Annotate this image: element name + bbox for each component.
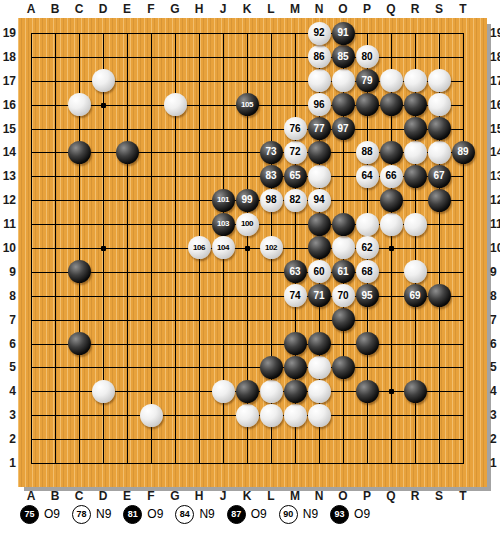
stone-R16 xyxy=(404,93,427,116)
stone-M8: 74 xyxy=(284,284,307,307)
stone-R9 xyxy=(404,260,427,283)
stone-M15: 76 xyxy=(284,117,307,140)
stone-N17 xyxy=(308,69,331,92)
coord-label-bottom-P: P xyxy=(355,489,379,503)
coord-label-top-J: J xyxy=(211,2,235,16)
coord-label-left-18: 18 xyxy=(0,50,16,64)
stone-L4 xyxy=(260,380,283,403)
stone-R4 xyxy=(404,380,427,403)
stone-O5 xyxy=(332,356,355,379)
grid-line-h xyxy=(31,296,464,297)
coord-label-bottom-H: H xyxy=(187,489,211,503)
stone-S16 xyxy=(428,93,451,116)
stone-Q17 xyxy=(380,69,403,92)
grid-line-h xyxy=(31,344,464,345)
coord-label-bottom-K: K xyxy=(235,489,259,503)
stone-H10: 106 xyxy=(188,236,211,259)
stone-J11: 103 xyxy=(212,213,235,236)
coord-label-left-9: 9 xyxy=(0,265,16,279)
stone-N13 xyxy=(308,165,331,188)
stone-N18: 86 xyxy=(308,45,331,68)
coord-label-top-G: G xyxy=(163,2,187,16)
coord-label-bottom-E: E xyxy=(115,489,139,503)
star-point-Q4 xyxy=(389,389,394,394)
stone-L13: 83 xyxy=(260,165,283,188)
caption-move-81: 81O9 xyxy=(123,505,175,524)
stone-Q11 xyxy=(380,213,403,236)
stone-O10 xyxy=(332,236,355,259)
coord-label-top-L: L xyxy=(259,2,283,16)
stone-S15 xyxy=(428,117,451,140)
coord-label-left-19: 19 xyxy=(0,26,16,40)
coord-label-right-2: 2 xyxy=(490,432,500,446)
coord-label-top-K: K xyxy=(235,2,259,16)
go-board[interactable]: 6061626364656667686970717273747677798082… xyxy=(18,18,487,487)
coord-label-left-6: 6 xyxy=(0,337,16,351)
coord-label-bottom-D: D xyxy=(91,489,115,503)
caption-point-81: O9 xyxy=(147,507,163,521)
stone-M5 xyxy=(284,356,307,379)
stone-S17 xyxy=(428,69,451,92)
caption-stone-93: 93 xyxy=(330,505,349,524)
stone-P11 xyxy=(356,213,379,236)
star-point-Q10 xyxy=(389,246,394,251)
caption-point-93: O9 xyxy=(354,507,370,521)
go-diagram: 6061626364656667686970717273747677798082… xyxy=(0,0,500,537)
stone-O11 xyxy=(332,213,355,236)
stone-J10: 104 xyxy=(212,236,235,259)
coord-label-top-F: F xyxy=(139,2,163,16)
caption-move-84: 84N9 xyxy=(175,505,226,524)
stone-Q12 xyxy=(380,189,403,212)
stone-M4 xyxy=(284,380,307,403)
caption-point-87: O9 xyxy=(251,507,267,521)
stone-P4 xyxy=(356,380,379,403)
coord-label-right-1: 1 xyxy=(490,456,500,470)
caption-stone-90: 90 xyxy=(279,505,298,524)
coord-label-top-C: C xyxy=(67,2,91,16)
stone-N16: 96 xyxy=(308,93,331,116)
stone-N4 xyxy=(308,380,331,403)
grid-line-v xyxy=(463,33,464,464)
coord-label-left-5: 5 xyxy=(0,360,16,374)
coord-label-left-11: 11 xyxy=(0,217,16,231)
stone-K11: 100 xyxy=(236,213,259,236)
coord-label-top-Q: Q xyxy=(379,2,403,16)
caption-stone-81: 81 xyxy=(123,505,142,524)
coord-label-top-M: M xyxy=(283,2,307,16)
coord-label-left-1: 1 xyxy=(0,456,16,470)
stone-L10: 102 xyxy=(260,236,283,259)
stone-J4 xyxy=(212,380,235,403)
coord-label-right-6: 6 xyxy=(490,337,500,351)
grid-line-h xyxy=(31,367,464,368)
coord-label-right-7: 7 xyxy=(490,313,500,327)
caption-point-90: N9 xyxy=(303,507,318,521)
coord-label-left-12: 12 xyxy=(0,193,16,207)
stone-O7 xyxy=(332,308,355,331)
stone-R15 xyxy=(404,117,427,140)
caption-stone-78: 78 xyxy=(72,505,91,524)
stone-N14 xyxy=(308,141,331,164)
coord-label-top-R: R xyxy=(403,2,427,16)
stone-M12: 82 xyxy=(284,189,307,212)
coord-label-left-15: 15 xyxy=(0,122,16,136)
stone-M6 xyxy=(284,332,307,355)
stone-K12: 99 xyxy=(236,189,259,212)
stone-L3 xyxy=(260,404,283,427)
stone-C16 xyxy=(68,93,91,116)
caption-move-78: 78N9 xyxy=(72,505,123,524)
coord-label-top-T: T xyxy=(451,2,475,16)
stone-K16: 105 xyxy=(236,93,259,116)
coord-label-right-13: 13 xyxy=(490,169,500,183)
stone-N15: 77 xyxy=(308,117,331,140)
star-point-D10 xyxy=(101,246,106,251)
stone-N11 xyxy=(308,213,331,236)
coord-label-left-17: 17 xyxy=(0,74,16,88)
stone-M3 xyxy=(284,404,307,427)
stone-E14 xyxy=(116,141,139,164)
stone-S8 xyxy=(428,284,451,307)
coord-label-right-15: 15 xyxy=(490,122,500,136)
coord-label-top-A: A xyxy=(19,2,43,16)
stone-P6 xyxy=(356,332,379,355)
coord-label-bottom-O: O xyxy=(331,489,355,503)
coord-label-left-14: 14 xyxy=(0,145,16,159)
stone-R13 xyxy=(404,165,427,188)
stone-D17 xyxy=(92,69,115,92)
stone-L12: 98 xyxy=(260,189,283,212)
coord-label-top-O: O xyxy=(331,2,355,16)
coord-label-left-8: 8 xyxy=(0,289,16,303)
stone-O15: 97 xyxy=(332,117,355,140)
coord-label-right-12: 12 xyxy=(490,193,500,207)
stone-J12: 101 xyxy=(212,189,235,212)
stone-T14: 89 xyxy=(452,141,475,164)
stone-F3 xyxy=(140,404,163,427)
stone-O16 xyxy=(332,93,355,116)
coord-label-right-9: 9 xyxy=(490,265,500,279)
coord-label-bottom-J: J xyxy=(211,489,235,503)
stone-P16 xyxy=(356,93,379,116)
stone-Q13: 66 xyxy=(380,165,403,188)
coord-label-top-E: E xyxy=(115,2,139,16)
coord-label-top-D: D xyxy=(91,2,115,16)
stone-N9: 60 xyxy=(308,260,331,283)
caption-move-87: 87O9 xyxy=(227,505,279,524)
coord-label-top-B: B xyxy=(43,2,67,16)
stone-M13: 65 xyxy=(284,165,307,188)
stone-L14: 73 xyxy=(260,141,283,164)
coord-label-bottom-F: F xyxy=(139,489,163,503)
stone-N10 xyxy=(308,236,331,259)
coord-label-bottom-C: C xyxy=(67,489,91,503)
coord-label-bottom-M: M xyxy=(283,489,307,503)
coord-label-top-P: P xyxy=(355,2,379,16)
coord-label-right-19: 19 xyxy=(490,26,500,40)
stone-P8: 95 xyxy=(356,284,379,307)
coord-label-bottom-Q: Q xyxy=(379,489,403,503)
coord-label-bottom-A: A xyxy=(19,489,43,503)
stone-K3 xyxy=(236,404,259,427)
coord-label-top-N: N xyxy=(307,2,331,16)
stone-P14: 88 xyxy=(356,141,379,164)
stone-O18: 85 xyxy=(332,45,355,68)
star-point-K10 xyxy=(245,246,250,251)
stone-Q16 xyxy=(380,93,403,116)
coord-label-bottom-N: N xyxy=(307,489,331,503)
stone-N5 xyxy=(308,356,331,379)
stone-C9 xyxy=(68,260,91,283)
coord-label-right-18: 18 xyxy=(490,50,500,64)
coord-label-right-4: 4 xyxy=(490,384,500,398)
caption-move-93: 93O9 xyxy=(330,505,382,524)
coord-label-left-16: 16 xyxy=(0,98,16,112)
caption-point-78: N9 xyxy=(96,507,111,521)
coord-label-left-4: 4 xyxy=(0,384,16,398)
coord-label-left-13: 13 xyxy=(0,169,16,183)
stone-R8: 69 xyxy=(404,284,427,307)
star-point-D16 xyxy=(101,103,106,108)
caption-stone-87: 87 xyxy=(227,505,246,524)
stone-N19: 92 xyxy=(308,22,331,45)
coord-label-right-3: 3 xyxy=(490,408,500,422)
caption-stone-75: 75 xyxy=(20,505,39,524)
stone-S13: 67 xyxy=(428,165,451,188)
stone-P10: 62 xyxy=(356,236,379,259)
stone-N12: 94 xyxy=(308,189,331,212)
stone-N3 xyxy=(308,404,331,427)
stone-R11 xyxy=(404,213,427,236)
coord-label-right-10: 10 xyxy=(490,241,500,255)
stone-O17 xyxy=(332,69,355,92)
stone-O19: 91 xyxy=(332,22,355,45)
coord-label-right-8: 8 xyxy=(490,289,500,303)
coord-label-right-16: 16 xyxy=(490,98,500,112)
stone-O9: 61 xyxy=(332,260,355,283)
stone-L5 xyxy=(260,356,283,379)
coord-label-top-H: H xyxy=(187,2,211,16)
stone-R17 xyxy=(404,69,427,92)
stone-R14 xyxy=(404,141,427,164)
stone-N8: 71 xyxy=(308,284,331,307)
grid-line-h xyxy=(31,272,464,273)
caption-point-84: N9 xyxy=(199,507,214,521)
coord-label-right-17: 17 xyxy=(490,74,500,88)
stone-S12 xyxy=(428,189,451,212)
coord-label-bottom-G: G xyxy=(163,489,187,503)
stone-N6 xyxy=(308,332,331,355)
coord-label-left-3: 3 xyxy=(0,408,16,422)
caption-point-75: O9 xyxy=(44,507,60,521)
coord-label-bottom-B: B xyxy=(43,489,67,503)
coord-label-left-10: 10 xyxy=(0,241,16,255)
stone-D4 xyxy=(92,380,115,403)
stone-G16 xyxy=(164,93,187,116)
coord-label-right-5: 5 xyxy=(490,360,500,374)
stone-P18: 80 xyxy=(356,45,379,68)
grid-line-h xyxy=(31,439,464,440)
coord-label-bottom-L: L xyxy=(259,489,283,503)
coord-label-bottom-S: S xyxy=(427,489,451,503)
coord-label-bottom-R: R xyxy=(403,489,427,503)
stone-P9: 68 xyxy=(356,260,379,283)
coord-label-right-11: 11 xyxy=(490,217,500,231)
stone-O8: 70 xyxy=(332,284,355,307)
stone-K4 xyxy=(236,380,259,403)
coord-label-right-14: 14 xyxy=(490,145,500,159)
stone-M14: 72 xyxy=(284,141,307,164)
coord-label-top-S: S xyxy=(427,2,451,16)
stone-S14 xyxy=(428,141,451,164)
ko-moves-caption: 75O978N981O984N987O990N993O9 xyxy=(20,504,382,524)
stone-Q14 xyxy=(380,141,403,164)
coord-label-left-2: 2 xyxy=(0,432,16,446)
caption-move-90: 90N9 xyxy=(279,505,330,524)
stone-P13: 64 xyxy=(356,165,379,188)
stone-C6 xyxy=(68,332,91,355)
coord-label-left-7: 7 xyxy=(0,313,16,327)
stone-C14 xyxy=(68,141,91,164)
stone-P17: 79 xyxy=(356,69,379,92)
stone-M9: 63 xyxy=(284,260,307,283)
grid-line-h xyxy=(31,320,464,321)
caption-move-75: 75O9 xyxy=(20,505,72,524)
coord-label-bottom-T: T xyxy=(451,489,475,503)
grid-line-h xyxy=(31,463,464,464)
caption-stone-84: 84 xyxy=(175,505,194,524)
